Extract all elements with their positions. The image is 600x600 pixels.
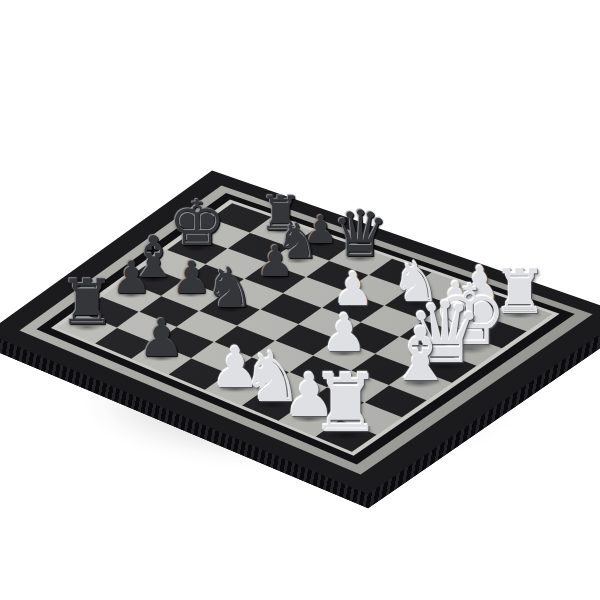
piece-white-pawn-d3[interactable]: ♟ xyxy=(321,308,367,360)
piece-black-queen-h5[interactable]: ♛ xyxy=(332,202,389,266)
product-photo-canvas: ♜♟♝♚♟♜♟♞♟♞♟♛♟♟♞♟♞♟♟♟♜♝♛♚♜ xyxy=(0,0,600,600)
piece-white-bishop-d1[interactable]: ♝ xyxy=(387,318,453,392)
chessboard: ♜♟♝♚♟♜♟♞♟♞♟♛♟♟♞♟♞♟♟♟♜♝♛♚♜ xyxy=(0,0,600,600)
piece-black-pawn-a6[interactable]: ♟ xyxy=(138,312,185,364)
piece-black-pawn-c8[interactable]: ♟ xyxy=(111,256,151,301)
piece-black-knight-d6[interactable]: ♞ xyxy=(205,260,255,316)
piece-black-pawn-f6[interactable]: ♟ xyxy=(256,240,294,283)
piece-black-rook-a8[interactable]: ♜ xyxy=(59,271,116,334)
piece-white-rook-a1[interactable]: ♜ xyxy=(310,364,382,444)
